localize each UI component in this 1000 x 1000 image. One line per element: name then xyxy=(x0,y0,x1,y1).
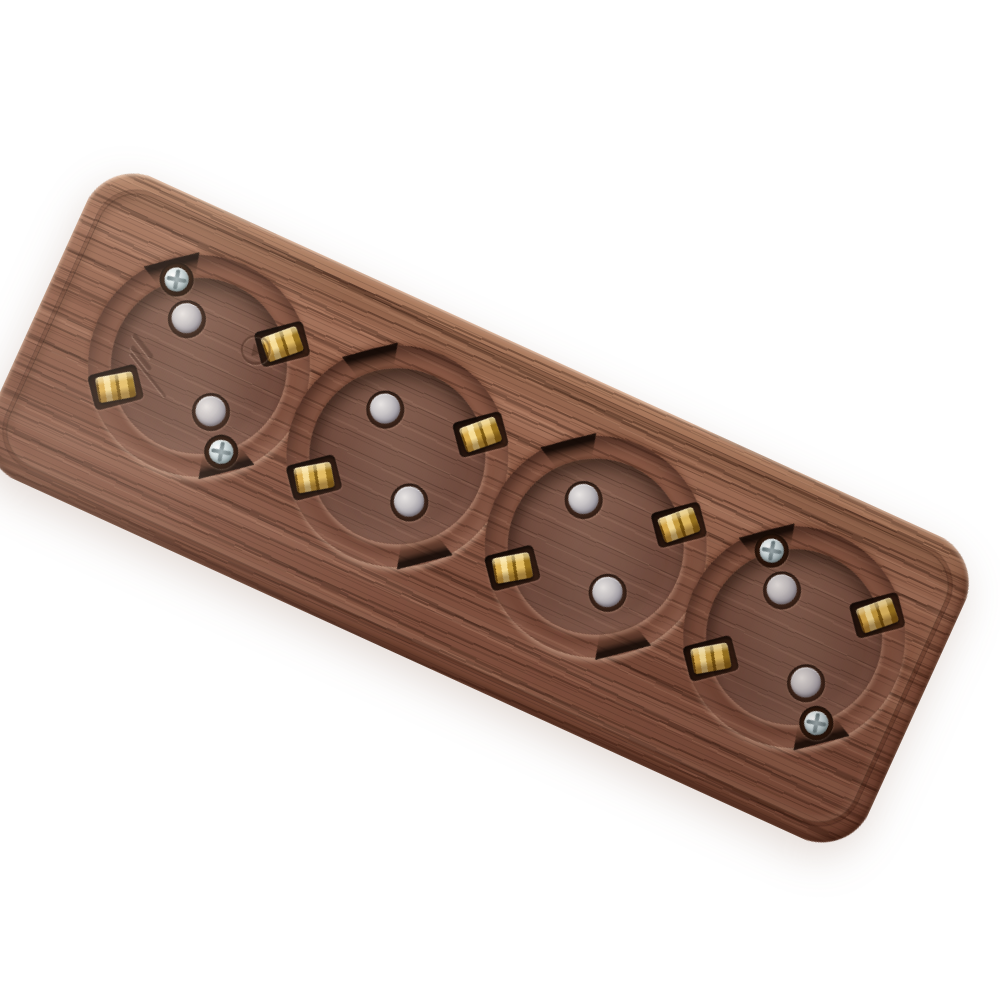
brass-contact-icon xyxy=(293,461,335,493)
pin-hole-plug xyxy=(764,571,801,608)
ground-clip-left xyxy=(285,454,342,501)
screw-head-icon xyxy=(207,437,236,466)
socket-plate xyxy=(0,157,985,859)
pin-hole-top xyxy=(561,477,607,523)
pin-hole-top xyxy=(362,386,408,432)
pin-hole-plug xyxy=(192,393,229,430)
ground-clip-left xyxy=(484,544,541,591)
pin-hole-top xyxy=(759,567,805,613)
emboss-stroke xyxy=(129,353,165,398)
brand-emboss-icon xyxy=(123,332,166,402)
ground-clip-right xyxy=(650,501,707,548)
socket-row xyxy=(0,157,985,859)
brass-contact-icon xyxy=(458,416,502,453)
cert-mark-glyph xyxy=(248,342,263,357)
screw-head-icon xyxy=(757,536,786,565)
brass-contact-icon xyxy=(690,642,732,674)
pin-hole-plug xyxy=(168,300,205,337)
ground-clip-right xyxy=(849,592,906,639)
pin-hole-bottom xyxy=(783,660,829,706)
pin-hole-plug xyxy=(391,483,428,520)
pin-hole-plug xyxy=(367,390,404,427)
pin-hole-plug xyxy=(589,574,626,611)
brass-contact-icon xyxy=(855,597,899,634)
pin-hole-bottom xyxy=(386,479,432,525)
pin-hole-bottom xyxy=(188,389,234,435)
ground-clip-right xyxy=(452,411,509,458)
photo-canvas xyxy=(0,0,1000,1000)
brass-contact-icon xyxy=(657,506,701,543)
pin-hole-top xyxy=(164,296,210,342)
pin-hole-plug xyxy=(565,481,602,518)
pin-hole-bottom xyxy=(585,570,631,616)
keyway-notch-bottom xyxy=(589,621,652,661)
ground-clip-left xyxy=(682,635,739,682)
pin-hole-plug xyxy=(788,664,825,701)
keyway-notch-top xyxy=(342,342,405,382)
screw-head-icon xyxy=(162,265,191,294)
keyway-notch-bottom xyxy=(390,530,453,570)
keyway-notch-top xyxy=(540,433,603,473)
screw-head-icon xyxy=(802,708,831,737)
brass-contact-icon xyxy=(491,552,533,584)
